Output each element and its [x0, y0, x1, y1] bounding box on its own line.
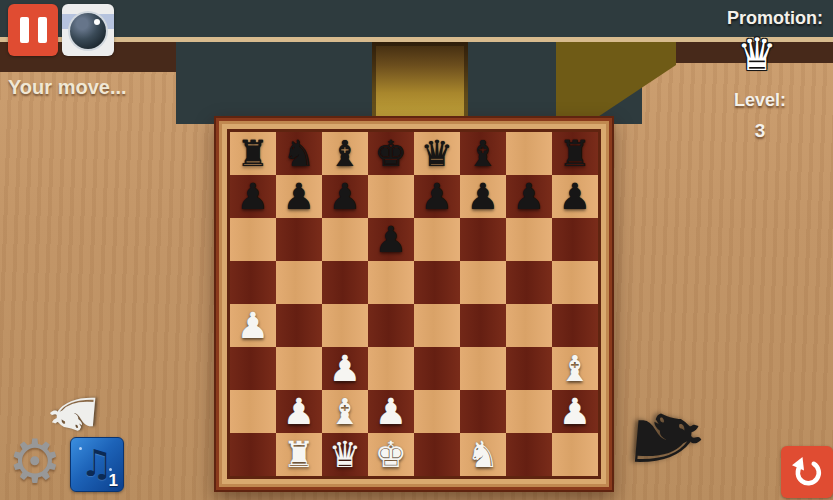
- top-bar: [0, 0, 833, 37]
- piece-white-pawn[interactable]: ♟: [276, 390, 322, 433]
- square-e6[interactable]: [414, 218, 460, 261]
- square-a5[interactable]: [230, 261, 276, 304]
- piece-white-pawn[interactable]: ♟: [230, 304, 276, 347]
- square-d1[interactable]: ♚: [368, 433, 414, 476]
- settings-button[interactable]: ⚙: [4, 428, 66, 494]
- square-e2[interactable]: [414, 390, 460, 433]
- square-e3[interactable]: [414, 347, 460, 390]
- square-g8[interactable]: [506, 132, 552, 175]
- square-d4[interactable]: [368, 304, 414, 347]
- square-g6[interactable]: [506, 218, 552, 261]
- square-h8[interactable]: ♜: [552, 132, 598, 175]
- square-g3[interactable]: [506, 347, 552, 390]
- square-b1[interactable]: ♜: [276, 433, 322, 476]
- square-f4[interactable]: [460, 304, 506, 347]
- gear-icon: ⚙: [8, 426, 62, 496]
- promotion-queen-icon[interactable]: ♛: [737, 32, 777, 78]
- square-a7[interactable]: ♟: [230, 175, 276, 218]
- square-h2[interactable]: ♟: [552, 390, 598, 433]
- square-b2[interactable]: ♟: [276, 390, 322, 433]
- square-a3[interactable]: [230, 347, 276, 390]
- square-e8[interactable]: ♛: [414, 132, 460, 175]
- square-c8[interactable]: ♝: [322, 132, 368, 175]
- camera-icon: [70, 13, 106, 49]
- square-a1[interactable]: [230, 433, 276, 476]
- square-e5[interactable]: [414, 261, 460, 304]
- piece-black-pawn[interactable]: ♟: [506, 175, 552, 218]
- square-h4[interactable]: [552, 304, 598, 347]
- background-doorway: [372, 42, 468, 124]
- piece-white-knight[interactable]: ♞: [460, 433, 506, 476]
- piece-white-bishop[interactable]: ♝: [322, 390, 368, 433]
- square-g4[interactable]: [506, 304, 552, 347]
- square-f7[interactable]: ♟: [460, 175, 506, 218]
- square-g7[interactable]: ♟: [506, 175, 552, 218]
- chess-board: ♜♞♝♚♛♝♜♟♟♟♟♟♟♟♟♟♟♝♟♝♟♟♜♛♚♞: [227, 129, 601, 479]
- level-block: Level: 3: [705, 90, 815, 142]
- square-c3[interactable]: ♟: [322, 347, 368, 390]
- square-c4[interactable]: [322, 304, 368, 347]
- piece-black-knight[interactable]: ♞: [276, 132, 322, 175]
- piece-black-queen[interactable]: ♛: [414, 132, 460, 175]
- square-a4[interactable]: ♟: [230, 304, 276, 347]
- game-screen: ♜♞♝♚♛♝♜♟♟♟♟♟♟♟♟♟♟♝♟♝♟♟♜♛♚♞ ♞ ♞ Your move…: [0, 0, 833, 500]
- pause-button[interactable]: [8, 4, 58, 56]
- level-value: 3: [705, 120, 815, 142]
- piece-black-pawn[interactable]: ♟: [368, 218, 414, 261]
- square-a8[interactable]: ♜: [230, 132, 276, 175]
- square-f2[interactable]: [460, 390, 506, 433]
- square-f6[interactable]: [460, 218, 506, 261]
- square-c5[interactable]: [322, 261, 368, 304]
- square-d6[interactable]: ♟: [368, 218, 414, 261]
- square-a2[interactable]: [230, 390, 276, 433]
- square-b8[interactable]: ♞: [276, 132, 322, 175]
- piece-black-pawn[interactable]: ♟: [552, 175, 598, 218]
- level-label: Level:: [705, 90, 815, 111]
- piece-black-bishop[interactable]: ♝: [322, 132, 368, 175]
- square-d3[interactable]: [368, 347, 414, 390]
- square-a6[interactable]: [230, 218, 276, 261]
- piece-black-king[interactable]: ♚: [368, 132, 414, 175]
- square-f5[interactable]: [460, 261, 506, 304]
- square-c6[interactable]: [322, 218, 368, 261]
- square-b5[interactable]: [276, 261, 322, 304]
- board-frame: ♜♞♝♚♛♝♜♟♟♟♟♟♟♟♟♟♟♝♟♝♟♟♜♛♚♞: [214, 116, 614, 492]
- square-h3[interactable]: ♝: [552, 347, 598, 390]
- piece-white-pawn[interactable]: ♟: [368, 390, 414, 433]
- piece-black-rook[interactable]: ♜: [230, 132, 276, 175]
- piece-black-pawn[interactable]: ♟: [230, 175, 276, 218]
- square-f8[interactable]: ♝: [460, 132, 506, 175]
- square-h1[interactable]: [552, 433, 598, 476]
- square-b7[interactable]: ♟: [276, 175, 322, 218]
- status-text: Your move...: [8, 76, 127, 99]
- square-g2[interactable]: [506, 390, 552, 433]
- camera-button[interactable]: [62, 4, 114, 56]
- piece-black-pawn[interactable]: ♟: [460, 175, 506, 218]
- music-toggle-button[interactable]: ♫ 1: [70, 437, 124, 492]
- square-b3[interactable]: [276, 347, 322, 390]
- piece-black-pawn[interactable]: ♟: [276, 175, 322, 218]
- piece-white-queen[interactable]: ♛: [322, 433, 368, 476]
- piece-white-rook[interactable]: ♜: [276, 433, 322, 476]
- undo-arrow-icon: [789, 454, 825, 490]
- piece-white-pawn[interactable]: ♟: [552, 390, 598, 433]
- square-h5[interactable]: [552, 261, 598, 304]
- square-b6[interactable]: [276, 218, 322, 261]
- piece-white-pawn[interactable]: ♟: [322, 347, 368, 390]
- square-h6[interactable]: [552, 218, 598, 261]
- piece-black-bishop[interactable]: ♝: [460, 132, 506, 175]
- square-b4[interactable]: [276, 304, 322, 347]
- square-c2[interactable]: ♝: [322, 390, 368, 433]
- square-g5[interactable]: [506, 261, 552, 304]
- square-d7[interactable]: [368, 175, 414, 218]
- promotion-label: Promotion:: [727, 8, 823, 29]
- square-h7[interactable]: ♟: [552, 175, 598, 218]
- piece-white-king[interactable]: ♚: [368, 433, 414, 476]
- square-f1[interactable]: ♞: [460, 433, 506, 476]
- piece-black-rook[interactable]: ♜: [552, 132, 598, 175]
- piece-white-bishop[interactable]: ♝: [552, 347, 598, 390]
- square-c7[interactable]: ♟: [322, 175, 368, 218]
- music-count-badge: 1: [109, 471, 118, 491]
- square-d5[interactable]: [368, 261, 414, 304]
- captured-black-knight: ♞: [613, 396, 722, 484]
- square-g1[interactable]: [506, 433, 552, 476]
- undo-button[interactable]: [781, 446, 833, 498]
- piece-black-pawn[interactable]: ♟: [414, 175, 460, 218]
- square-d2[interactable]: ♟: [368, 390, 414, 433]
- square-e4[interactable]: [414, 304, 460, 347]
- square-e7[interactable]: ♟: [414, 175, 460, 218]
- square-f3[interactable]: [460, 347, 506, 390]
- square-e1[interactable]: [414, 433, 460, 476]
- square-c1[interactable]: ♛: [322, 433, 368, 476]
- piece-black-pawn[interactable]: ♟: [322, 175, 368, 218]
- square-d8[interactable]: ♚: [368, 132, 414, 175]
- pause-icon: [20, 17, 29, 43]
